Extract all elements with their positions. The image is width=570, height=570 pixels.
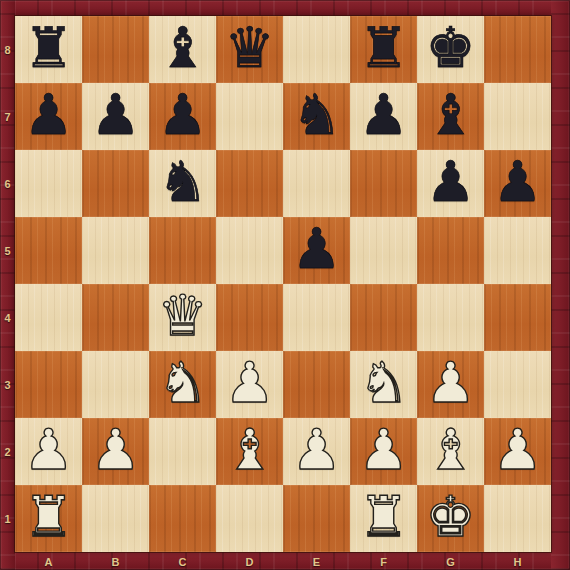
square-c2[interactable] [149, 418, 216, 485]
piece-black-rook: ♜ [358, 14, 408, 81]
piece-black-pawn: ♟ [425, 148, 475, 215]
rank-label-1: 1 [0, 485, 15, 552]
square-a3[interactable] [15, 351, 82, 418]
square-e3[interactable] [283, 351, 350, 418]
square-d2[interactable]: ♝ [216, 418, 283, 485]
square-d8[interactable]: ♛ [216, 16, 283, 83]
square-g4[interactable] [417, 284, 484, 351]
square-h7[interactable] [484, 83, 551, 150]
square-a6[interactable] [15, 150, 82, 217]
file-label-e: E [283, 553, 350, 570]
square-e6[interactable] [283, 150, 350, 217]
square-f7[interactable]: ♟ [350, 83, 417, 150]
square-f5[interactable] [350, 217, 417, 284]
file-label-c: C [149, 553, 216, 570]
piece-white-pawn: ♟ [23, 416, 73, 483]
square-d5[interactable] [216, 217, 283, 284]
piece-black-pawn: ♟ [492, 148, 542, 215]
file-label-f: F [350, 553, 417, 570]
square-h4[interactable] [484, 284, 551, 351]
square-e8[interactable] [283, 16, 350, 83]
square-h3[interactable] [484, 351, 551, 418]
square-c8[interactable]: ♝ [149, 16, 216, 83]
rank-label-7: 7 [0, 83, 15, 150]
square-b7[interactable]: ♟ [82, 83, 149, 150]
square-f8[interactable]: ♜ [350, 16, 417, 83]
piece-white-pawn: ♟ [224, 349, 274, 416]
square-e4[interactable] [283, 284, 350, 351]
square-a2[interactable]: ♟ [15, 418, 82, 485]
file-label-d: D [216, 553, 283, 570]
square-g6[interactable]: ♟ [417, 150, 484, 217]
square-e7[interactable]: ♞ [283, 83, 350, 150]
rank-label-2: 2 [0, 418, 15, 485]
piece-black-king: ♚ [425, 14, 475, 81]
square-d1[interactable] [216, 485, 283, 552]
board-frame-top [0, 0, 570, 16]
square-c7[interactable]: ♟ [149, 83, 216, 150]
square-a5[interactable] [15, 217, 82, 284]
piece-white-king: ♚ [425, 483, 475, 550]
square-c5[interactable] [149, 217, 216, 284]
piece-black-pawn: ♟ [157, 81, 207, 148]
square-g5[interactable] [417, 217, 484, 284]
piece-white-rook: ♜ [23, 483, 73, 550]
square-a1[interactable]: ♜ [15, 485, 82, 552]
rank-label-4: 4 [0, 284, 15, 351]
piece-white-pawn: ♟ [425, 349, 475, 416]
rank-label-3: 3 [0, 351, 15, 418]
chess-board: ♜♝♛♜♚♟♟♟♞♟♝♞♟♟♟♛♞♟♞♟♟♟♝♟♟♝♟♜♜♚ [15, 16, 551, 552]
square-b2[interactable]: ♟ [82, 418, 149, 485]
square-h1[interactable] [484, 485, 551, 552]
piece-white-pawn: ♟ [90, 416, 140, 483]
square-b3[interactable] [82, 351, 149, 418]
piece-black-rook: ♜ [23, 14, 73, 81]
square-c6[interactable]: ♞ [149, 150, 216, 217]
square-c4[interactable]: ♛ [149, 284, 216, 351]
square-b6[interactable] [82, 150, 149, 217]
square-e1[interactable] [283, 485, 350, 552]
square-c3[interactable]: ♞ [149, 351, 216, 418]
file-label-h: H [484, 553, 551, 570]
square-h2[interactable]: ♟ [484, 418, 551, 485]
piece-white-knight: ♞ [157, 349, 207, 416]
square-g8[interactable]: ♚ [417, 16, 484, 83]
square-f3[interactable]: ♞ [350, 351, 417, 418]
square-h5[interactable] [484, 217, 551, 284]
square-b4[interactable] [82, 284, 149, 351]
square-c1[interactable] [149, 485, 216, 552]
square-h6[interactable]: ♟ [484, 150, 551, 217]
square-g7[interactable]: ♝ [417, 83, 484, 150]
rank-label-6: 6 [0, 150, 15, 217]
square-d3[interactable]: ♟ [216, 351, 283, 418]
piece-black-queen: ♛ [224, 14, 274, 81]
piece-white-knight: ♞ [358, 349, 408, 416]
piece-black-bishop: ♝ [157, 14, 207, 81]
piece-white-bishop: ♝ [425, 416, 475, 483]
piece-white-queen: ♛ [157, 282, 207, 349]
square-g1[interactable]: ♚ [417, 485, 484, 552]
file-label-g: G [417, 553, 484, 570]
piece-black-pawn: ♟ [291, 215, 341, 282]
piece-black-pawn: ♟ [90, 81, 140, 148]
square-b1[interactable] [82, 485, 149, 552]
square-e5[interactable]: ♟ [283, 217, 350, 284]
rank-label-8: 8 [0, 16, 15, 83]
square-d6[interactable] [216, 150, 283, 217]
square-e2[interactable]: ♟ [283, 418, 350, 485]
piece-black-knight: ♞ [157, 148, 207, 215]
rank-label-5: 5 [0, 217, 15, 284]
square-a8[interactable]: ♜ [15, 16, 82, 83]
square-a7[interactable]: ♟ [15, 83, 82, 150]
square-d7[interactable] [216, 83, 283, 150]
board-frame-right [551, 0, 570, 570]
square-b8[interactable] [82, 16, 149, 83]
square-b5[interactable] [82, 217, 149, 284]
piece-black-knight: ♞ [291, 81, 341, 148]
piece-black-bishop: ♝ [425, 81, 475, 148]
square-f6[interactable] [350, 150, 417, 217]
square-f4[interactable] [350, 284, 417, 351]
piece-black-pawn: ♟ [23, 81, 73, 148]
square-f2[interactable]: ♟ [350, 418, 417, 485]
square-h8[interactable] [484, 16, 551, 83]
square-g2[interactable]: ♝ [417, 418, 484, 485]
square-f1[interactable]: ♜ [350, 485, 417, 552]
file-label-a: A [15, 553, 82, 570]
square-d4[interactable] [216, 284, 283, 351]
piece-white-bishop: ♝ [224, 416, 274, 483]
piece-white-rook: ♜ [358, 483, 408, 550]
piece-white-pawn: ♟ [291, 416, 341, 483]
file-label-b: B [82, 553, 149, 570]
piece-white-pawn: ♟ [358, 416, 408, 483]
chess-diagram: { "game": "chess", "position": { "fen": … [0, 0, 570, 570]
piece-white-pawn: ♟ [492, 416, 542, 483]
square-a4[interactable] [15, 284, 82, 351]
square-g3[interactable]: ♟ [417, 351, 484, 418]
piece-black-pawn: ♟ [358, 81, 408, 148]
